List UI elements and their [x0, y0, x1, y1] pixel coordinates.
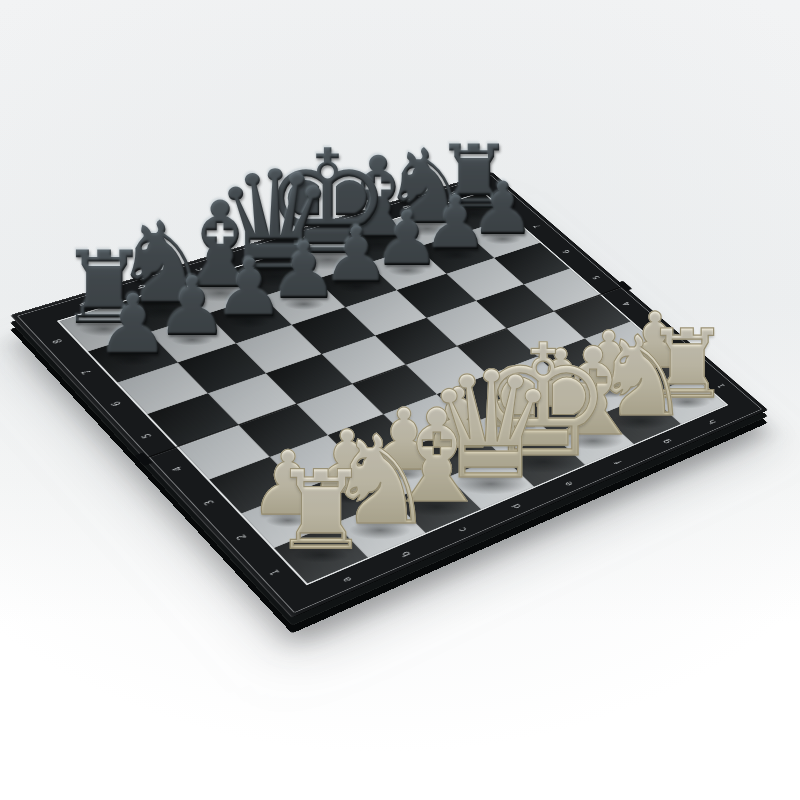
file-label-c-near: c	[456, 526, 468, 533]
file-label-d-far: d	[247, 250, 259, 256]
file-label-g-near: g	[661, 438, 672, 445]
rank-label-1-right: 1	[716, 383, 727, 389]
file-label-h-near: h	[707, 419, 718, 425]
rank-label-4-right: 4	[621, 301, 632, 307]
file-label-c-far: c	[193, 267, 205, 272]
rank-label-1-left: 1	[268, 568, 282, 576]
rank-label-6-right: 6	[561, 249, 572, 254]
product-photo-scene: aa11bb22cc33dd44ee55ff66gg77hh88 ♜♞♝♛♚♝♞…	[0, 0, 800, 800]
file-label-f-far: f	[352, 220, 362, 224]
file-label-b-near: b	[399, 550, 412, 558]
rank-label-8-left: 8	[51, 338, 64, 344]
rank-label-5-right: 5	[591, 275, 602, 280]
rank-label-3-left: 3	[202, 499, 216, 507]
rank-label-6-left: 6	[109, 400, 123, 407]
rank-label-7-right: 7	[532, 224, 543, 229]
rank-label-2-left: 2	[235, 533, 249, 541]
rank-label-5-left: 5	[140, 432, 154, 439]
file-label-d-near: d	[510, 503, 522, 510]
file-label-a-near: a	[340, 576, 354, 584]
file-label-a-far: a	[76, 301, 89, 307]
file-label-e-far: e	[300, 235, 312, 240]
rank-label-8-right: 8	[503, 199, 514, 204]
rank-label-7-left: 7	[80, 369, 94, 376]
file-label-g-far: g	[400, 205, 411, 210]
rank-label-4-left: 4	[171, 465, 185, 472]
rank-label-2-right: 2	[684, 355, 695, 361]
file-label-h-far: h	[447, 191, 458, 196]
rank-label-3-right: 3	[652, 328, 663, 334]
file-label-b-far: b	[135, 284, 148, 290]
file-label-f-near: f	[613, 460, 623, 465]
file-label-e-near: e	[562, 480, 574, 487]
